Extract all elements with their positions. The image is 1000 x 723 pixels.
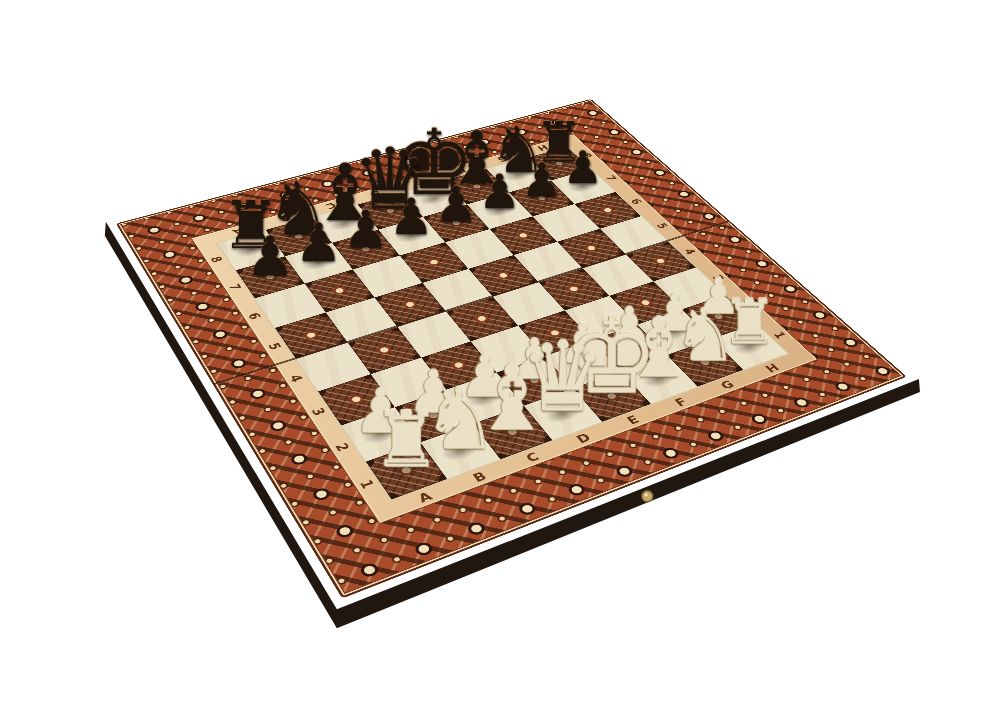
brass-pin-highlight (644, 493, 647, 496)
brass-hinge-pin (642, 491, 653, 502)
chess-set-photo: AABBCCDDEEFFGGHH1122334455667788 ♜♞♝♚♛♝♞… (0, 0, 1000, 723)
